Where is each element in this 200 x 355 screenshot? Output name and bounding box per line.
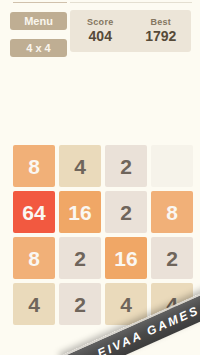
tile-16-r3c3: 16	[105, 237, 147, 279]
tile-16-r2c2: 16	[59, 191, 101, 233]
top-artifact-line-left	[13, 2, 67, 3]
best-value: 1792	[131, 28, 192, 44]
tile-2-r3c2: 2	[59, 237, 101, 279]
score-block: Score 404	[70, 10, 131, 52]
menu-button[interactable]: Menu	[10, 12, 67, 30]
score-panel: Score 404 Best 1792	[70, 10, 191, 52]
app-screen: Menu 4 x 4 Score 404 Best 1792 842641628…	[0, 0, 200, 355]
tile-4-r1c2: 4	[59, 145, 101, 187]
tile-8-r1c1: 8	[13, 145, 55, 187]
tile-2-r2c3: 2	[105, 191, 147, 233]
tile-2-r1c3: 2	[105, 145, 147, 187]
tile-4-r4c1: 4	[13, 283, 55, 325]
best-block: Best 1792	[131, 10, 192, 52]
board-size-button[interactable]: 4 x 4	[10, 39, 67, 57]
tile-64-r2c1: 64	[13, 191, 55, 233]
empty-cell-r1c4	[151, 145, 193, 187]
tile-2-r3c4: 2	[151, 237, 193, 279]
tile-2-r4c2: 2	[59, 283, 101, 325]
top-artifact-line-right	[70, 2, 192, 3]
tile-8-r2c4: 8	[151, 191, 193, 233]
board-grid[interactable]: 842641628821624244	[13, 145, 193, 325]
best-label: Best	[131, 17, 192, 27]
score-label: Score	[70, 17, 131, 27]
tile-8-r3c1: 8	[13, 237, 55, 279]
score-value: 404	[70, 28, 131, 44]
